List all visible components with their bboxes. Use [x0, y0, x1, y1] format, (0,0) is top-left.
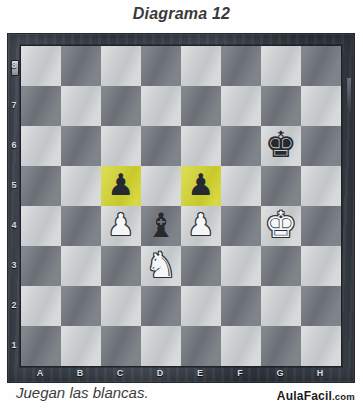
square-a2[interactable]: [21, 286, 61, 326]
square-c4[interactable]: ♟: [101, 206, 141, 246]
square-g1[interactable]: [261, 326, 301, 366]
square-a5[interactable]: [21, 166, 61, 206]
rank-label-4: 4: [8, 205, 20, 245]
square-a7[interactable]: [21, 86, 61, 126]
square-c1[interactable]: [101, 326, 141, 366]
square-h4[interactable]: [301, 206, 341, 246]
file-labels: ABCDEFGH: [20, 365, 340, 382]
square-g8[interactable]: [261, 46, 301, 86]
square-b3[interactable]: [61, 246, 101, 286]
square-b2[interactable]: [61, 286, 101, 326]
square-f7[interactable]: [221, 86, 261, 126]
square-c7[interactable]: [101, 86, 141, 126]
square-h8[interactable]: [301, 46, 341, 86]
white-pawn-icon: ♟: [188, 210, 215, 240]
square-e1[interactable]: [181, 326, 221, 366]
watermark-tld: .com: [332, 391, 355, 402]
white-pawn-icon: ♟: [108, 210, 135, 240]
white-king-icon: ♚: [265, 207, 297, 243]
square-e6[interactable]: [181, 126, 221, 166]
square-f8[interactable]: [221, 46, 261, 86]
diagram-page: Diagrama 12 87654321 ♚♟♟♟♝♟♚♞ ABCDEFGH J…: [0, 0, 363, 409]
black-king-icon: ♚: [265, 127, 297, 163]
square-g3[interactable]: [261, 246, 301, 286]
square-e3[interactable]: [181, 246, 221, 286]
square-e8[interactable]: [181, 46, 221, 86]
square-g2[interactable]: [261, 286, 301, 326]
square-h6[interactable]: [301, 126, 341, 166]
square-d1[interactable]: [141, 326, 181, 366]
square-b1[interactable]: [61, 326, 101, 366]
square-g7[interactable]: [261, 86, 301, 126]
square-d4[interactable]: ♝: [141, 206, 181, 246]
watermark-name: AulaFacil: [277, 389, 332, 403]
square-c5[interactable]: ♟: [101, 166, 141, 206]
square-g5[interactable]: [261, 166, 301, 206]
file-label-h: H: [300, 365, 340, 382]
file-label-a: A: [20, 365, 60, 382]
square-a4[interactable]: [21, 206, 61, 246]
square-f4[interactable]: [221, 206, 261, 246]
rank-label-1: 1: [8, 325, 20, 365]
chess-board: ♚♟♟♟♝♟♚♞: [20, 45, 342, 367]
square-c2[interactable]: [101, 286, 141, 326]
rank-label-2: 2: [8, 285, 20, 325]
square-g4[interactable]: ♚: [261, 206, 301, 246]
diagram-title: Diagrama 12: [0, 5, 363, 23]
square-d7[interactable]: [141, 86, 181, 126]
black-pawn-icon: ♟: [188, 170, 215, 200]
square-e7[interactable]: [181, 86, 221, 126]
square-a1[interactable]: [21, 326, 61, 366]
site-watermark: AulaFacil.com: [277, 389, 355, 403]
square-d6[interactable]: [141, 126, 181, 166]
file-label-b: B: [60, 365, 100, 382]
rank-label-3: 3: [8, 245, 20, 285]
square-c3[interactable]: [101, 246, 141, 286]
square-b8[interactable]: [61, 46, 101, 86]
rank-label-7: 7: [8, 85, 20, 125]
square-c6[interactable]: [101, 126, 141, 166]
square-f3[interactable]: [221, 246, 261, 286]
square-h1[interactable]: [301, 326, 341, 366]
frame-scratch: [347, 78, 351, 114]
square-f2[interactable]: [221, 286, 261, 326]
square-a8[interactable]: [21, 46, 61, 86]
square-b4[interactable]: [61, 206, 101, 246]
square-e5[interactable]: ♟: [181, 166, 221, 206]
square-e4[interactable]: ♟: [181, 206, 221, 246]
square-f6[interactable]: [221, 126, 261, 166]
square-h2[interactable]: [301, 286, 341, 326]
chess-board-frame: 87654321 ♚♟♟♟♝♟♚♞ ABCDEFGH: [7, 33, 355, 383]
square-d3[interactable]: ♞: [141, 246, 181, 286]
square-g6[interactable]: ♚: [261, 126, 301, 166]
file-label-e: E: [180, 365, 220, 382]
rank-label-6: 6: [8, 125, 20, 165]
file-label-f: F: [220, 365, 260, 382]
rank-labels: 87654321: [8, 45, 20, 365]
square-d2[interactable]: [141, 286, 181, 326]
square-b6[interactable]: [61, 126, 101, 166]
square-a3[interactable]: [21, 246, 61, 286]
square-e2[interactable]: [181, 286, 221, 326]
square-h3[interactable]: [301, 246, 341, 286]
rank-label-8: 8: [8, 45, 20, 85]
file-label-c: C: [100, 365, 140, 382]
square-a6[interactable]: [21, 126, 61, 166]
rank-label-5: 5: [8, 165, 20, 205]
black-bishop-icon: ♝: [146, 208, 176, 242]
black-pawn-icon: ♟: [108, 170, 135, 200]
file-label-d: D: [140, 365, 180, 382]
caption-to-move: Juegan las blancas.: [16, 384, 149, 401]
square-c8[interactable]: [101, 46, 141, 86]
file-label-g: G: [260, 365, 300, 382]
square-f1[interactable]: [221, 326, 261, 366]
square-d5[interactable]: [141, 166, 181, 206]
white-knight-icon: ♞: [145, 248, 176, 283]
square-f5[interactable]: [221, 166, 261, 206]
square-d8[interactable]: [141, 46, 181, 86]
square-h5[interactable]: [301, 166, 341, 206]
square-h7[interactable]: [301, 86, 341, 126]
square-b5[interactable]: [61, 166, 101, 206]
square-b7[interactable]: [61, 86, 101, 126]
